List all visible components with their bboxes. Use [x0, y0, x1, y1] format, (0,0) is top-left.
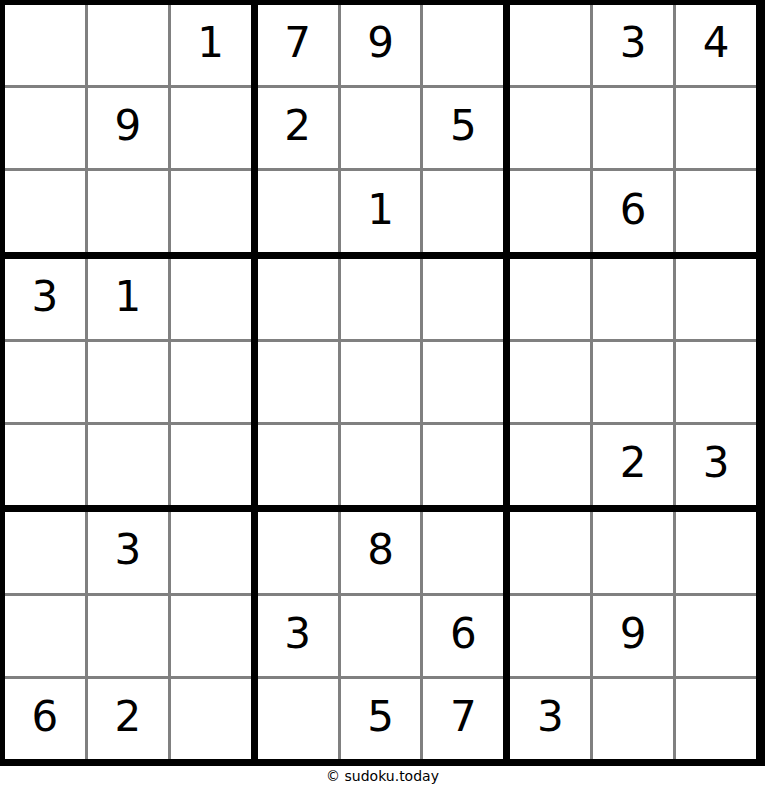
cell-r1c3[interactable]: 1: [171, 5, 251, 85]
cell-r1c2[interactable]: [88, 5, 168, 85]
cell-r4c1[interactable]: 3: [5, 259, 85, 339]
cell-r9c7[interactable]: 3: [510, 679, 590, 759]
cell-r8c4[interactable]: 3: [258, 596, 338, 676]
cell-r1c9[interactable]: 4: [676, 5, 756, 85]
cell-r2c9[interactable]: [676, 88, 756, 168]
cell-r2c3[interactable]: [171, 88, 251, 168]
cell-r4c8[interactable]: [593, 259, 673, 339]
cell-r6c3[interactable]: [171, 425, 251, 505]
cell-r8c6[interactable]: 6: [423, 596, 503, 676]
cell-r2c8[interactable]: [593, 88, 673, 168]
cell-r8c9[interactable]: [676, 596, 756, 676]
cell-r4c6[interactable]: [423, 259, 503, 339]
cell-r3c2[interactable]: [88, 171, 168, 251]
cell-r7c6[interactable]: [423, 512, 503, 592]
cell-r7c4[interactable]: [258, 512, 338, 592]
box-2-2: [258, 259, 504, 506]
cell-r7c7[interactable]: [510, 512, 590, 592]
sudoku-board: 197925134631233628365793: [0, 0, 765, 766]
cell-r7c9[interactable]: [676, 512, 756, 592]
cell-r2c2[interactable]: 9: [88, 88, 168, 168]
cell-r8c7[interactable]: [510, 596, 590, 676]
cell-r5c6[interactable]: [423, 342, 503, 422]
cell-r6c1[interactable]: [5, 425, 85, 505]
cell-r4c9[interactable]: [676, 259, 756, 339]
cell-r1c6[interactable]: [423, 5, 503, 85]
cell-r3c4[interactable]: [258, 171, 338, 251]
cell-r7c8[interactable]: [593, 512, 673, 592]
cell-r2c1[interactable]: [5, 88, 85, 168]
cell-r6c6[interactable]: [423, 425, 503, 505]
cell-r9c9[interactable]: [676, 679, 756, 759]
cell-r7c2[interactable]: 3: [88, 512, 168, 592]
cell-r5c5[interactable]: [341, 342, 421, 422]
cell-r9c1[interactable]: 6: [5, 679, 85, 759]
cell-r5c3[interactable]: [171, 342, 251, 422]
cell-r8c3[interactable]: [171, 596, 251, 676]
cell-r3c3[interactable]: [171, 171, 251, 251]
cell-r8c8[interactable]: 9: [593, 596, 673, 676]
cell-r4c3[interactable]: [171, 259, 251, 339]
cell-r6c5[interactable]: [341, 425, 421, 505]
cell-r5c2[interactable]: [88, 342, 168, 422]
cell-r5c7[interactable]: [510, 342, 590, 422]
cell-r3c8[interactable]: 6: [593, 171, 673, 251]
cell-r8c1[interactable]: [5, 596, 85, 676]
box-3-2: 83657: [258, 512, 504, 759]
cell-r2c4[interactable]: 2: [258, 88, 338, 168]
box-1-1: 19: [5, 5, 251, 252]
cell-r9c5[interactable]: 5: [341, 679, 421, 759]
cell-r7c5[interactable]: 8: [341, 512, 421, 592]
cell-r6c2[interactable]: [88, 425, 168, 505]
box-1-2: 79251: [258, 5, 504, 252]
sudoku-page: 197925134631233628365793 © sudoku.today: [0, 0, 765, 785]
box-2-1: 31: [5, 259, 251, 506]
cell-r8c5[interactable]: [341, 596, 421, 676]
box-3-1: 362: [5, 512, 251, 759]
cell-r6c4[interactable]: [258, 425, 338, 505]
cell-r9c6[interactable]: 7: [423, 679, 503, 759]
cell-r4c7[interactable]: [510, 259, 590, 339]
cell-r2c7[interactable]: [510, 88, 590, 168]
copyright-text: © sudoku.today: [0, 766, 765, 785]
cell-r7c1[interactable]: [5, 512, 85, 592]
box-2-3: 23: [510, 259, 756, 506]
cell-r3c6[interactable]: [423, 171, 503, 251]
cell-r3c1[interactable]: [5, 171, 85, 251]
box-1-3: 346: [510, 5, 756, 252]
cell-r9c2[interactable]: 2: [88, 679, 168, 759]
cell-r1c7[interactable]: [510, 5, 590, 85]
cell-r4c2[interactable]: 1: [88, 259, 168, 339]
cell-r8c2[interactable]: [88, 596, 168, 676]
cell-r6c7[interactable]: [510, 425, 590, 505]
cell-r6c9[interactable]: 3: [676, 425, 756, 505]
cell-r4c4[interactable]: [258, 259, 338, 339]
cell-r7c3[interactable]: [171, 512, 251, 592]
cell-r1c4[interactable]: 7: [258, 5, 338, 85]
cell-r1c8[interactable]: 3: [593, 5, 673, 85]
cell-r9c8[interactable]: [593, 679, 673, 759]
cell-r6c8[interactable]: 2: [593, 425, 673, 505]
cell-r5c1[interactable]: [5, 342, 85, 422]
cell-r3c5[interactable]: 1: [341, 171, 421, 251]
cell-r2c6[interactable]: 5: [423, 88, 503, 168]
cell-r2c5[interactable]: [341, 88, 421, 168]
cell-r5c4[interactable]: [258, 342, 338, 422]
box-3-3: 93: [510, 512, 756, 759]
cell-r9c3[interactable]: [171, 679, 251, 759]
cell-r1c5[interactable]: 9: [341, 5, 421, 85]
cell-r3c9[interactable]: [676, 171, 756, 251]
cell-r5c8[interactable]: [593, 342, 673, 422]
cell-r9c4[interactable]: [258, 679, 338, 759]
cell-r1c1[interactable]: [5, 5, 85, 85]
cell-r5c9[interactable]: [676, 342, 756, 422]
cell-r3c7[interactable]: [510, 171, 590, 251]
cell-r4c5[interactable]: [341, 259, 421, 339]
